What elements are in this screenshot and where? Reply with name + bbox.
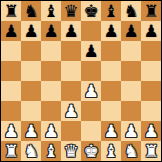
square-h6[interactable] bbox=[141, 41, 161, 61]
square-h8[interactable]: ♜ bbox=[141, 1, 161, 21]
square-d7[interactable]: ♟ bbox=[61, 21, 81, 41]
square-b3[interactable] bbox=[21, 101, 41, 121]
square-b1[interactable]: ♞ bbox=[21, 141, 41, 161]
square-h4[interactable] bbox=[141, 81, 161, 101]
square-c1[interactable]: ♝ bbox=[41, 141, 61, 161]
square-g1[interactable]: ♞ bbox=[121, 141, 141, 161]
white-pawn-e4: ♟ bbox=[83, 81, 98, 101]
white-knight-b1: ♞ bbox=[23, 141, 38, 161]
black-pawn-h7: ♟ bbox=[143, 21, 158, 41]
white-pawn-a2: ♟ bbox=[3, 121, 18, 141]
square-f1[interactable]: ♝ bbox=[101, 141, 121, 161]
square-c7[interactable]: ♟ bbox=[41, 21, 61, 41]
square-f7[interactable]: ♟ bbox=[101, 21, 121, 41]
black-bishop-f8: ♝ bbox=[103, 1, 118, 21]
black-bishop-c8: ♝ bbox=[43, 1, 58, 21]
square-a6[interactable] bbox=[1, 41, 21, 61]
square-g3[interactable] bbox=[121, 101, 141, 121]
white-bishop-f1: ♝ bbox=[103, 141, 118, 161]
square-a4[interactable] bbox=[1, 81, 21, 101]
square-h3[interactable] bbox=[141, 101, 161, 121]
square-e7[interactable] bbox=[81, 21, 101, 41]
square-e8[interactable]: ♚ bbox=[81, 1, 101, 21]
black-pawn-c7: ♟ bbox=[43, 21, 58, 41]
square-c8[interactable]: ♝ bbox=[41, 1, 61, 21]
square-d4[interactable] bbox=[61, 81, 81, 101]
square-c3[interactable] bbox=[41, 101, 61, 121]
square-b4[interactable] bbox=[21, 81, 41, 101]
black-pawn-e6: ♟ bbox=[83, 41, 98, 61]
square-d1[interactable]: ♛ bbox=[61, 141, 81, 161]
square-e6[interactable]: ♟ bbox=[81, 41, 101, 61]
black-rook-a8: ♜ bbox=[3, 1, 18, 21]
black-pawn-f7: ♟ bbox=[103, 21, 118, 41]
black-pawn-d7: ♟ bbox=[63, 21, 78, 41]
black-queen-d8: ♛ bbox=[63, 1, 78, 21]
black-rook-h8: ♜ bbox=[143, 1, 158, 21]
square-a5[interactable] bbox=[1, 61, 21, 81]
square-g7[interactable]: ♟ bbox=[121, 21, 141, 41]
square-f6[interactable] bbox=[101, 41, 121, 61]
square-g2[interactable]: ♟ bbox=[121, 121, 141, 141]
square-a2[interactable]: ♟ bbox=[1, 121, 21, 141]
square-b7[interactable]: ♟ bbox=[21, 21, 41, 41]
square-c6[interactable] bbox=[41, 41, 61, 61]
square-f3[interactable] bbox=[101, 101, 121, 121]
square-d3[interactable]: ♟ bbox=[61, 101, 81, 121]
white-pawn-d3: ♟ bbox=[63, 101, 78, 121]
square-h7[interactable]: ♟ bbox=[141, 21, 161, 41]
chess-board: ♜♞♝♛♚♝♞♜♟♟♟♟♟♟♟♟♟♟♟♟♟♟♟♟♜♞♝♛♚♝♞♜ bbox=[1, 1, 161, 161]
white-pawn-c2: ♟ bbox=[43, 121, 58, 141]
black-pawn-b7: ♟ bbox=[23, 21, 38, 41]
square-a8[interactable]: ♜ bbox=[1, 1, 21, 21]
square-h5[interactable] bbox=[141, 61, 161, 81]
square-g4[interactable] bbox=[121, 81, 141, 101]
square-f8[interactable]: ♝ bbox=[101, 1, 121, 21]
chess-board-frame: ♜♞♝♛♚♝♞♜♟♟♟♟♟♟♟♟♟♟♟♟♟♟♟♟♜♞♝♛♚♝♞♜ bbox=[0, 0, 162, 162]
square-f5[interactable] bbox=[101, 61, 121, 81]
white-king-e1: ♚ bbox=[83, 141, 98, 161]
square-c4[interactable] bbox=[41, 81, 61, 101]
square-e1[interactable]: ♚ bbox=[81, 141, 101, 161]
square-d2[interactable] bbox=[61, 121, 81, 141]
black-pawn-a7: ♟ bbox=[3, 21, 18, 41]
square-f2[interactable]: ♟ bbox=[101, 121, 121, 141]
white-knight-g1: ♞ bbox=[123, 141, 138, 161]
square-g8[interactable]: ♞ bbox=[121, 1, 141, 21]
square-e3[interactable] bbox=[81, 101, 101, 121]
white-queen-d1: ♛ bbox=[63, 141, 78, 161]
white-rook-h1: ♜ bbox=[143, 141, 158, 161]
square-d8[interactable]: ♛ bbox=[61, 1, 81, 21]
white-rook-a1: ♜ bbox=[3, 141, 18, 161]
square-b8[interactable]: ♞ bbox=[21, 1, 41, 21]
black-knight-b8: ♞ bbox=[23, 1, 38, 21]
black-king-e8: ♚ bbox=[83, 1, 98, 21]
square-e5[interactable] bbox=[81, 61, 101, 81]
square-e2[interactable] bbox=[81, 121, 101, 141]
square-h2[interactable]: ♟ bbox=[141, 121, 161, 141]
white-bishop-c1: ♝ bbox=[43, 141, 58, 161]
square-d6[interactable] bbox=[61, 41, 81, 61]
square-g6[interactable] bbox=[121, 41, 141, 61]
square-d5[interactable] bbox=[61, 61, 81, 81]
black-pawn-g7: ♟ bbox=[123, 21, 138, 41]
white-pawn-h2: ♟ bbox=[143, 121, 158, 141]
square-f4[interactable] bbox=[101, 81, 121, 101]
square-c5[interactable] bbox=[41, 61, 61, 81]
white-pawn-f2: ♟ bbox=[103, 121, 118, 141]
square-a7[interactable]: ♟ bbox=[1, 21, 21, 41]
square-b5[interactable] bbox=[21, 61, 41, 81]
square-b2[interactable]: ♟ bbox=[21, 121, 41, 141]
white-pawn-g2: ♟ bbox=[123, 121, 138, 141]
square-g5[interactable] bbox=[121, 61, 141, 81]
square-a3[interactable] bbox=[1, 101, 21, 121]
square-h1[interactable]: ♜ bbox=[141, 141, 161, 161]
square-c2[interactable]: ♟ bbox=[41, 121, 61, 141]
black-knight-g8: ♞ bbox=[123, 1, 138, 21]
white-pawn-b2: ♟ bbox=[23, 121, 38, 141]
square-b6[interactable] bbox=[21, 41, 41, 61]
square-a1[interactable]: ♜ bbox=[1, 141, 21, 161]
square-e4[interactable]: ♟ bbox=[81, 81, 101, 101]
